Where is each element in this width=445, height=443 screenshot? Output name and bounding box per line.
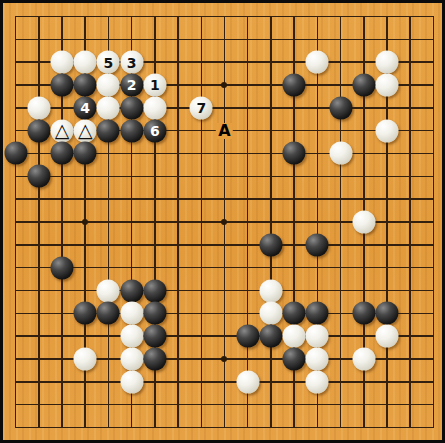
- board-point-16-8[interactable]: [352, 165, 375, 188]
- board-point-19-5[interactable]: [422, 96, 445, 119]
- board-point-14-18[interactable]: [306, 393, 329, 416]
- board-point-11-13[interactable]: [236, 279, 259, 302]
- board-point-12-5[interactable]: [259, 96, 282, 119]
- board-point-6-18[interactable]: [120, 393, 143, 416]
- board-point-14-12[interactable]: [306, 256, 329, 279]
- board-point-12-15[interactable]: [259, 325, 282, 348]
- board-point-10-8[interactable]: [213, 165, 236, 188]
- board-point-2-13[interactable]: [27, 279, 50, 302]
- board-point-11-6[interactable]: [236, 119, 259, 142]
- board-point-13-1[interactable]: [283, 5, 306, 28]
- board-point-18-16[interactable]: [399, 348, 422, 371]
- board-point-5-18[interactable]: [97, 393, 120, 416]
- board-point-9-7[interactable]: [190, 142, 213, 165]
- board-point-18-14[interactable]: [399, 302, 422, 325]
- board-point-10-7[interactable]: [213, 142, 236, 165]
- board-point-13-4[interactable]: [283, 74, 306, 97]
- board-point-18-19[interactable]: [399, 416, 422, 439]
- board-point-3-8[interactable]: [50, 165, 73, 188]
- board-point-8-7[interactable]: [166, 142, 189, 165]
- board-point-6-15[interactable]: [120, 325, 143, 348]
- board-point-18-13[interactable]: [399, 279, 422, 302]
- board-point-8-8[interactable]: [166, 165, 189, 188]
- board-point-17-3[interactable]: [375, 51, 398, 74]
- board-point-15-4[interactable]: [329, 74, 352, 97]
- board-point-5-8[interactable]: [97, 165, 120, 188]
- board-point-13-3[interactable]: [283, 51, 306, 74]
- board-point-13-17[interactable]: [283, 370, 306, 393]
- board-point-16-18[interactable]: [352, 393, 375, 416]
- board-point-2-10[interactable]: [27, 211, 50, 234]
- board-point-5-11[interactable]: [97, 233, 120, 256]
- board-point-14-15[interactable]: [306, 325, 329, 348]
- board-point-9-14[interactable]: [190, 302, 213, 325]
- board-point-2-16[interactable]: [27, 348, 50, 371]
- board-point-11-12[interactable]: [236, 256, 259, 279]
- board-point-16-17[interactable]: [352, 370, 375, 393]
- board-point-3-13[interactable]: [50, 279, 73, 302]
- board-point-12-7[interactable]: [259, 142, 282, 165]
- board-point-17-9[interactable]: [375, 188, 398, 211]
- board-point-2-5[interactable]: [27, 96, 50, 119]
- board-point-9-17[interactable]: [190, 370, 213, 393]
- board-point-3-4[interactable]: [50, 74, 73, 97]
- board-point-2-19[interactable]: [27, 416, 50, 439]
- board-point-19-19[interactable]: [422, 416, 445, 439]
- board-point-8-18[interactable]: [166, 393, 189, 416]
- board-point-4-3[interactable]: [74, 51, 97, 74]
- board-point-16-3[interactable]: [352, 51, 375, 74]
- board-point-5-9[interactable]: [97, 188, 120, 211]
- board-point-4-2[interactable]: [74, 28, 97, 51]
- board-point-18-3[interactable]: [399, 51, 422, 74]
- board-point-19-8[interactable]: [422, 165, 445, 188]
- board-point-2-14[interactable]: [27, 302, 50, 325]
- board-point-5-6[interactable]: [97, 119, 120, 142]
- board-point-14-10[interactable]: [306, 211, 329, 234]
- board-point-11-14[interactable]: [236, 302, 259, 325]
- board-point-6-9[interactable]: [120, 188, 143, 211]
- board-point-3-6[interactable]: △: [50, 119, 73, 142]
- board-point-5-12[interactable]: [97, 256, 120, 279]
- board-point-6-14[interactable]: [120, 302, 143, 325]
- board-point-18-18[interactable]: [399, 393, 422, 416]
- board-point-15-3[interactable]: [329, 51, 352, 74]
- board-point-10-12[interactable]: [213, 256, 236, 279]
- board-point-16-19[interactable]: [352, 416, 375, 439]
- board-point-7-3[interactable]: [143, 51, 166, 74]
- board-point-18-4[interactable]: [399, 74, 422, 97]
- board-point-1-9[interactable]: [4, 188, 27, 211]
- board-point-7-9[interactable]: [143, 188, 166, 211]
- board-point-3-3[interactable]: [50, 51, 73, 74]
- board-point-10-6[interactable]: A: [213, 119, 236, 142]
- board-point-19-3[interactable]: [422, 51, 445, 74]
- board-point-9-18[interactable]: [190, 393, 213, 416]
- board-point-2-1[interactable]: [27, 5, 50, 28]
- board-point-3-17[interactable]: [50, 370, 73, 393]
- board-point-18-5[interactable]: [399, 96, 422, 119]
- board-point-5-2[interactable]: [97, 28, 120, 51]
- board-point-15-18[interactable]: [329, 393, 352, 416]
- board-point-17-17[interactable]: [375, 370, 398, 393]
- board-point-11-11[interactable]: [236, 233, 259, 256]
- board-point-2-7[interactable]: [27, 142, 50, 165]
- board-point-11-15[interactable]: [236, 325, 259, 348]
- board-point-9-13[interactable]: [190, 279, 213, 302]
- board-point-13-11[interactable]: [283, 233, 306, 256]
- board-point-11-10[interactable]: [236, 211, 259, 234]
- board-point-9-16[interactable]: [190, 348, 213, 371]
- board-point-7-6[interactable]: 6: [143, 119, 166, 142]
- board-point-13-6[interactable]: [283, 119, 306, 142]
- board-point-14-1[interactable]: [306, 5, 329, 28]
- board-point-4-10[interactable]: [74, 211, 97, 234]
- board-point-14-14[interactable]: [306, 302, 329, 325]
- board-point-15-12[interactable]: [329, 256, 352, 279]
- board-point-5-4[interactable]: [97, 74, 120, 97]
- board-point-2-15[interactable]: [27, 325, 50, 348]
- board-point-11-3[interactable]: [236, 51, 259, 74]
- board-point-4-4[interactable]: [74, 74, 97, 97]
- board-point-17-7[interactable]: [375, 142, 398, 165]
- board-point-5-5[interactable]: [97, 96, 120, 119]
- board-point-19-16[interactable]: [422, 348, 445, 371]
- board-point-8-12[interactable]: [166, 256, 189, 279]
- board-point-8-2[interactable]: [166, 28, 189, 51]
- board-point-15-5[interactable]: [329, 96, 352, 119]
- board-point-13-7[interactable]: [283, 142, 306, 165]
- board-point-3-11[interactable]: [50, 233, 73, 256]
- board-point-18-15[interactable]: [399, 325, 422, 348]
- board-point-1-12[interactable]: [4, 256, 27, 279]
- board-point-3-15[interactable]: [50, 325, 73, 348]
- board-point-1-14[interactable]: [4, 302, 27, 325]
- board-point-4-1[interactable]: [74, 5, 97, 28]
- board-point-13-16[interactable]: [283, 348, 306, 371]
- board-point-12-18[interactable]: [259, 393, 282, 416]
- board-point-4-12[interactable]: [74, 256, 97, 279]
- board-point-9-19[interactable]: [190, 416, 213, 439]
- board-point-9-6[interactable]: [190, 119, 213, 142]
- board-point-2-8[interactable]: [27, 165, 50, 188]
- board-point-3-5[interactable]: [50, 96, 73, 119]
- board-point-16-9[interactable]: [352, 188, 375, 211]
- board-point-19-14[interactable]: [422, 302, 445, 325]
- board-point-14-3[interactable]: [306, 51, 329, 74]
- board-point-5-17[interactable]: [97, 370, 120, 393]
- board-point-17-8[interactable]: [375, 165, 398, 188]
- board-point-17-15[interactable]: [375, 325, 398, 348]
- board-point-14-2[interactable]: [306, 28, 329, 51]
- board-point-6-3[interactable]: 3: [120, 51, 143, 74]
- board-point-10-17[interactable]: [213, 370, 236, 393]
- board-point-6-6[interactable]: [120, 119, 143, 142]
- board-point-8-14[interactable]: [166, 302, 189, 325]
- board-point-6-13[interactable]: [120, 279, 143, 302]
- board-point-10-10[interactable]: [213, 211, 236, 234]
- board-point-12-1[interactable]: [259, 5, 282, 28]
- board-point-5-10[interactable]: [97, 211, 120, 234]
- board-point-11-8[interactable]: [236, 165, 259, 188]
- board-point-7-10[interactable]: [143, 211, 166, 234]
- board-point-17-1[interactable]: [375, 5, 398, 28]
- board-point-1-4[interactable]: [4, 74, 27, 97]
- board-point-11-2[interactable]: [236, 28, 259, 51]
- board-point-11-19[interactable]: [236, 416, 259, 439]
- board-point-13-5[interactable]: [283, 96, 306, 119]
- board-point-3-2[interactable]: [50, 28, 73, 51]
- board-point-7-17[interactable]: [143, 370, 166, 393]
- board-point-19-9[interactable]: [422, 188, 445, 211]
- board-point-17-16[interactable]: [375, 348, 398, 371]
- board-point-11-7[interactable]: [236, 142, 259, 165]
- board-point-15-17[interactable]: [329, 370, 352, 393]
- board-point-12-9[interactable]: [259, 188, 282, 211]
- board-point-4-13[interactable]: [74, 279, 97, 302]
- board-point-8-13[interactable]: [166, 279, 189, 302]
- board-point-13-19[interactable]: [283, 416, 306, 439]
- board-point-6-7[interactable]: [120, 142, 143, 165]
- board-point-7-4[interactable]: 1: [143, 74, 166, 97]
- board-point-8-10[interactable]: [166, 211, 189, 234]
- board-point-19-10[interactable]: [422, 211, 445, 234]
- board-point-6-11[interactable]: [120, 233, 143, 256]
- board-point-9-3[interactable]: [190, 51, 213, 74]
- board-point-14-9[interactable]: [306, 188, 329, 211]
- board-point-16-11[interactable]: [352, 233, 375, 256]
- board-point-3-10[interactable]: [50, 211, 73, 234]
- board-point-6-10[interactable]: [120, 211, 143, 234]
- board-point-14-6[interactable]: [306, 119, 329, 142]
- board-point-16-7[interactable]: [352, 142, 375, 165]
- board-point-13-18[interactable]: [283, 393, 306, 416]
- board-point-2-9[interactable]: [27, 188, 50, 211]
- board-point-16-4[interactable]: [352, 74, 375, 97]
- board-point-14-5[interactable]: [306, 96, 329, 119]
- board-point-9-15[interactable]: [190, 325, 213, 348]
- board-point-11-16[interactable]: [236, 348, 259, 371]
- board-point-15-19[interactable]: [329, 416, 352, 439]
- board-point-1-19[interactable]: [4, 416, 27, 439]
- board-point-9-10[interactable]: [190, 211, 213, 234]
- board-point-16-15[interactable]: [352, 325, 375, 348]
- board-point-13-13[interactable]: [283, 279, 306, 302]
- board-point-7-16[interactable]: [143, 348, 166, 371]
- board-point-15-1[interactable]: [329, 5, 352, 28]
- board-point-18-1[interactable]: [399, 5, 422, 28]
- board-point-7-12[interactable]: [143, 256, 166, 279]
- board-point-16-1[interactable]: [352, 5, 375, 28]
- board-point-16-13[interactable]: [352, 279, 375, 302]
- board-point-17-19[interactable]: [375, 416, 398, 439]
- board-point-12-17[interactable]: [259, 370, 282, 393]
- board-point-11-4[interactable]: [236, 74, 259, 97]
- board-point-11-18[interactable]: [236, 393, 259, 416]
- board-point-19-4[interactable]: [422, 74, 445, 97]
- board-point-16-14[interactable]: [352, 302, 375, 325]
- board-point-15-15[interactable]: [329, 325, 352, 348]
- board-point-3-9[interactable]: [50, 188, 73, 211]
- board-point-1-13[interactable]: [4, 279, 27, 302]
- board-point-5-3[interactable]: 5: [97, 51, 120, 74]
- board-point-12-12[interactable]: [259, 256, 282, 279]
- board-point-18-9[interactable]: [399, 188, 422, 211]
- board-point-16-12[interactable]: [352, 256, 375, 279]
- board-point-6-16[interactable]: [120, 348, 143, 371]
- board-point-3-14[interactable]: [50, 302, 73, 325]
- board-point-19-17[interactable]: [422, 370, 445, 393]
- board-point-8-11[interactable]: [166, 233, 189, 256]
- board-point-1-18[interactable]: [4, 393, 27, 416]
- board-point-3-19[interactable]: [50, 416, 73, 439]
- board-point-14-19[interactable]: [306, 416, 329, 439]
- board-point-4-9[interactable]: [74, 188, 97, 211]
- board-point-4-17[interactable]: [74, 370, 97, 393]
- board-point-11-1[interactable]: [236, 5, 259, 28]
- board-point-15-7[interactable]: [329, 142, 352, 165]
- board-point-9-5[interactable]: 7: [190, 96, 213, 119]
- board-point-6-5[interactable]: [120, 96, 143, 119]
- board-point-10-9[interactable]: [213, 188, 236, 211]
- board-point-14-4[interactable]: [306, 74, 329, 97]
- board-point-18-7[interactable]: [399, 142, 422, 165]
- board-point-19-11[interactable]: [422, 233, 445, 256]
- board-point-12-8[interactable]: [259, 165, 282, 188]
- board-point-9-4[interactable]: [190, 74, 213, 97]
- board-point-2-4[interactable]: [27, 74, 50, 97]
- board-point-17-12[interactable]: [375, 256, 398, 279]
- board-point-10-2[interactable]: [213, 28, 236, 51]
- board-point-5-13[interactable]: [97, 279, 120, 302]
- board-point-9-11[interactable]: [190, 233, 213, 256]
- board-point-16-6[interactable]: [352, 119, 375, 142]
- board-point-4-8[interactable]: [74, 165, 97, 188]
- board-point-14-11[interactable]: [306, 233, 329, 256]
- board-point-19-12[interactable]: [422, 256, 445, 279]
- board-point-14-17[interactable]: [306, 370, 329, 393]
- board-point-17-5[interactable]: [375, 96, 398, 119]
- board-point-7-11[interactable]: [143, 233, 166, 256]
- board-point-7-2[interactable]: [143, 28, 166, 51]
- board-point-13-8[interactable]: [283, 165, 306, 188]
- board-point-7-8[interactable]: [143, 165, 166, 188]
- board-point-11-17[interactable]: [236, 370, 259, 393]
- board-point-12-14[interactable]: [259, 302, 282, 325]
- board-point-15-9[interactable]: [329, 188, 352, 211]
- board-point-4-7[interactable]: [74, 142, 97, 165]
- board-point-8-9[interactable]: [166, 188, 189, 211]
- board-point-16-5[interactable]: [352, 96, 375, 119]
- board-point-13-10[interactable]: [283, 211, 306, 234]
- board-point-10-15[interactable]: [213, 325, 236, 348]
- board-point-4-19[interactable]: [74, 416, 97, 439]
- board-point-3-7[interactable]: [50, 142, 73, 165]
- board-point-8-1[interactable]: [166, 5, 189, 28]
- board-point-19-18[interactable]: [422, 393, 445, 416]
- board-point-13-15[interactable]: [283, 325, 306, 348]
- board-point-17-6[interactable]: [375, 119, 398, 142]
- board-point-9-9[interactable]: [190, 188, 213, 211]
- board-point-15-6[interactable]: [329, 119, 352, 142]
- board-point-1-5[interactable]: [4, 96, 27, 119]
- board-point-8-3[interactable]: [166, 51, 189, 74]
- board-point-17-11[interactable]: [375, 233, 398, 256]
- board-point-7-13[interactable]: [143, 279, 166, 302]
- board-point-2-6[interactable]: [27, 119, 50, 142]
- board-point-15-8[interactable]: [329, 165, 352, 188]
- board-point-1-17[interactable]: [4, 370, 27, 393]
- board-point-3-16[interactable]: [50, 348, 73, 371]
- board-point-2-12[interactable]: [27, 256, 50, 279]
- board-point-8-6[interactable]: [166, 119, 189, 142]
- board-point-4-15[interactable]: [74, 325, 97, 348]
- board-point-12-4[interactable]: [259, 74, 282, 97]
- board-point-7-15[interactable]: [143, 325, 166, 348]
- board-point-7-14[interactable]: [143, 302, 166, 325]
- board-point-1-11[interactable]: [4, 233, 27, 256]
- board-point-15-14[interactable]: [329, 302, 352, 325]
- board-point-10-14[interactable]: [213, 302, 236, 325]
- board-point-8-17[interactable]: [166, 370, 189, 393]
- board-point-6-8[interactable]: [120, 165, 143, 188]
- board-point-1-10[interactable]: [4, 211, 27, 234]
- board-point-4-5[interactable]: 4: [74, 96, 97, 119]
- board-point-16-2[interactable]: [352, 28, 375, 51]
- board-point-4-11[interactable]: [74, 233, 97, 256]
- board-point-5-15[interactable]: [97, 325, 120, 348]
- board-point-12-16[interactable]: [259, 348, 282, 371]
- board-point-13-9[interactable]: [283, 188, 306, 211]
- board-point-12-13[interactable]: [259, 279, 282, 302]
- board-point-14-8[interactable]: [306, 165, 329, 188]
- board-point-1-8[interactable]: [4, 165, 27, 188]
- board-point-17-14[interactable]: [375, 302, 398, 325]
- board-point-1-1[interactable]: [4, 5, 27, 28]
- board-point-13-14[interactable]: [283, 302, 306, 325]
- board-point-19-6[interactable]: [422, 119, 445, 142]
- board-point-10-1[interactable]: [213, 5, 236, 28]
- board-point-7-5[interactable]: [143, 96, 166, 119]
- board-point-8-15[interactable]: [166, 325, 189, 348]
- board-point-14-7[interactable]: [306, 142, 329, 165]
- board-point-15-2[interactable]: [329, 28, 352, 51]
- board-point-15-10[interactable]: [329, 211, 352, 234]
- board-point-7-1[interactable]: [143, 5, 166, 28]
- board-point-8-19[interactable]: [166, 416, 189, 439]
- board-point-6-4[interactable]: 2: [120, 74, 143, 97]
- board-point-14-13[interactable]: [306, 279, 329, 302]
- board-point-15-11[interactable]: [329, 233, 352, 256]
- board-point-18-17[interactable]: [399, 370, 422, 393]
- board-point-6-2[interactable]: [120, 28, 143, 51]
- board-point-6-19[interactable]: [120, 416, 143, 439]
- board-point-19-15[interactable]: [422, 325, 445, 348]
- board-point-10-16[interactable]: [213, 348, 236, 371]
- board-point-7-7[interactable]: [143, 142, 166, 165]
- board-point-18-2[interactable]: [399, 28, 422, 51]
- board-point-9-8[interactable]: [190, 165, 213, 188]
- board-point-5-7[interactable]: [97, 142, 120, 165]
- board-point-6-12[interactable]: [120, 256, 143, 279]
- board-point-17-18[interactable]: [375, 393, 398, 416]
- board-point-10-13[interactable]: [213, 279, 236, 302]
- board-point-11-9[interactable]: [236, 188, 259, 211]
- board-point-17-10[interactable]: [375, 211, 398, 234]
- board-point-3-18[interactable]: [50, 393, 73, 416]
- board-point-8-4[interactable]: [166, 74, 189, 97]
- board-point-3-12[interactable]: [50, 256, 73, 279]
